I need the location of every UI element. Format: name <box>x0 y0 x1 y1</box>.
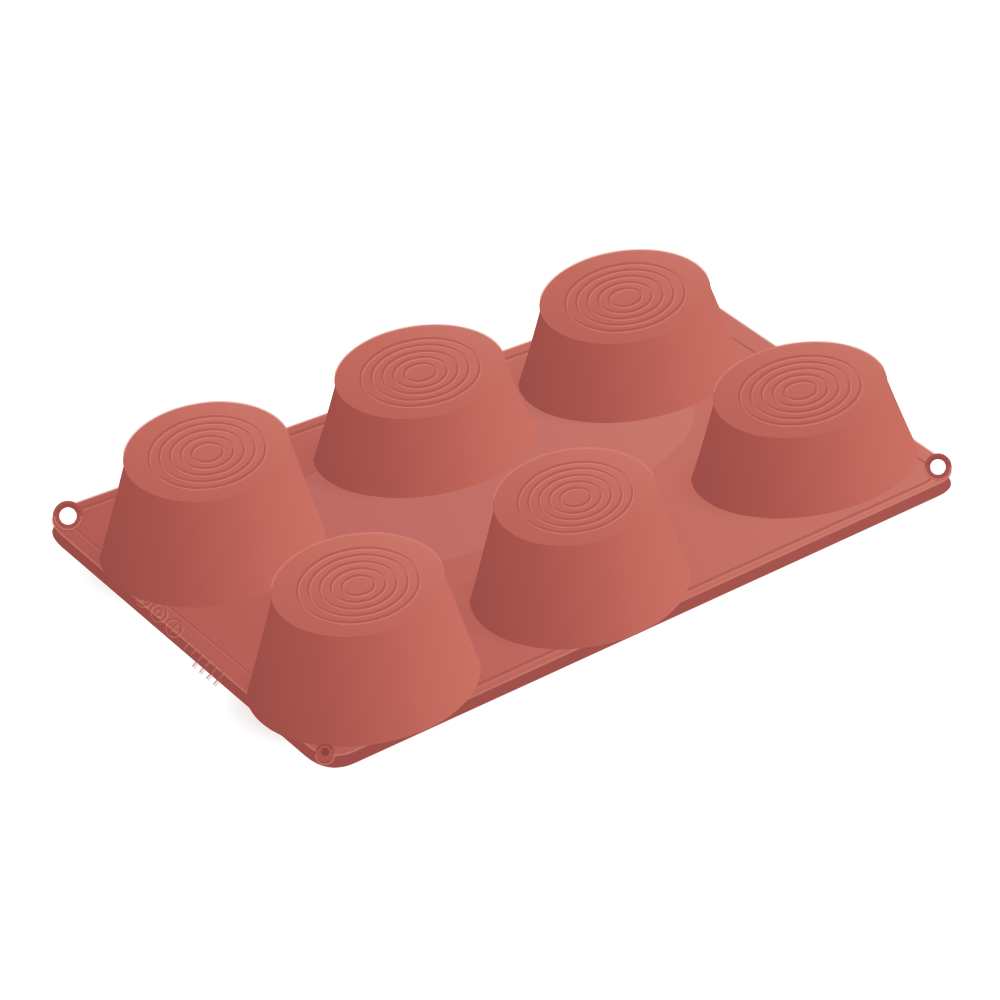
hole-opening <box>59 507 77 525</box>
corner-dimple <box>315 742 335 765</box>
hanging-hole-left <box>53 501 83 531</box>
product-photo <box>0 0 1000 1000</box>
muffin-mold-illustration <box>0 0 1000 1000</box>
hanging-hole-right <box>925 454 952 481</box>
hole-opening <box>930 459 946 475</box>
